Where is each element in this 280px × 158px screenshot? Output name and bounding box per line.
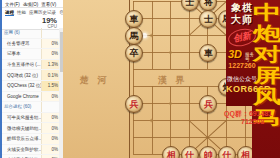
process-name: 应用 (6) [2,30,41,35]
process-cpu [41,28,59,38]
process-name: 后台进程 (60) [2,104,41,109]
screenshot-stage: 文件(F)选项(O)查看(V) 进程性能应用历史记录启动用户详细信息 19% C… [0,0,280,158]
process-row[interactable]: 酷我音乐云点播...0% [2,134,59,145]
xiangqi-piece-仕[interactable]: 仕 [181,146,199,158]
process-cpu: 0% [41,113,59,123]
process-name: 酷我音乐云点播... [2,136,41,141]
xiangqi-piece-馬[interactable]: 馬 [125,27,143,45]
process-row[interactable]: 火绒安全防护软...0% [2,145,59,156]
process-name: 斗鱼直播伴侣 (... [2,62,41,67]
process-row[interactable]: 任务管理器0% [2,39,59,50]
process-cpu: 0% [41,92,59,102]
process-row[interactable]: QQChess (32 位)1.5% [2,81,59,92]
xiangqi-piece-仕[interactable]: 仕 [218,146,236,158]
river-text-left: 楚 河 [80,74,110,87]
qq-group-line2: 712508 [241,118,264,125]
process-name: QQChess (32 位) [2,83,41,88]
vertical-title-char: 屏 [253,65,280,86]
process-cpu: 1.5% [41,81,59,91]
process-cpu [41,102,59,112]
process-list: 应用 (6)任务管理器0%记事本0%斗鱼直播伴侣 (...1.3%QQ游戏 (3… [2,28,59,158]
grid-line [170,86,171,154]
process-row[interactable]: Google Chrome0% [2,92,59,103]
menu-item[interactable]: 选项(O) [23,2,39,7]
task-manager-menubar: 文件(F)选项(O)查看(V) [2,0,63,8]
process-cpu: 0% [41,49,59,59]
menu-item[interactable]: 查看(V) [41,2,56,7]
tab-0[interactable]: 进程 [5,10,14,16]
task-manager-tabs: 进程性能应用历史记录启动用户详细信息 [2,8,63,16]
process-cpu: 0% [41,39,59,49]
logo-3d: 3D [228,48,242,60]
menu-item[interactable]: 文件(F) [5,2,20,7]
process-name: 可牛美化服务组... [2,115,41,120]
process-cpu: 1.3% [41,60,59,70]
process-cpu: 0.1% [41,70,59,80]
process-name: QQ游戏 (32 位) [2,73,41,78]
process-name: 微信聊天辅助组... [2,126,41,131]
tab-2[interactable]: 应用历史记录 [29,10,56,15]
process-group-row[interactable]: 后台进程 (60) [2,102,59,113]
process-cpu: 0% [41,145,59,155]
vertical-title-char: 中 [253,2,280,23]
process-cpu: 0% [41,134,59,144]
process-group-row[interactable]: 应用 (6) [2,28,59,39]
process-cpu: 0% [41,155,59,158]
process-row[interactable]: 可牛美化服务组...0% [2,113,59,124]
process-name: Google Chrome [2,94,41,99]
vertical-title-char: 炮 [253,23,280,44]
process-row[interactable]: 微信聊天辅助组...0% [2,123,59,134]
xiangqi-piece-兵[interactable]: 兵 [125,95,143,113]
process-name: 火绒安全防护软... [2,157,41,158]
xiangqi-piece-卒[interactable]: 卒 [125,44,143,62]
process-name: 记事本 [2,51,41,56]
process-row[interactable]: QQ游戏 (32 位)0.1% [2,70,59,81]
process-name: 任务管理器 [2,41,41,46]
xiangqi-piece-相[interactable]: 相 [162,146,180,158]
vertical-title-char: 风 [253,86,280,107]
grid-line [170,1,171,69]
process-row[interactable]: 火绒安全防护软...0% [2,155,59,158]
vertical-title-char: 对 [253,44,280,65]
process-name: 火绒安全防护软... [2,147,41,152]
river-text-right: 漢 界 [158,74,188,87]
tab-1[interactable]: 性能 [17,10,26,15]
xiangqi-piece-車[interactable]: 車 [125,10,143,28]
task-manager-window: 文件(F)选项(O)查看(V) 进程性能应用历史记录启动用户详细信息 19% C… [2,0,64,158]
process-row[interactable]: 斗鱼直播伴侣 (...1.3% [2,60,59,71]
process-row[interactable]: 记事本0% [2,49,59,60]
process-cpu: 0% [41,123,59,133]
